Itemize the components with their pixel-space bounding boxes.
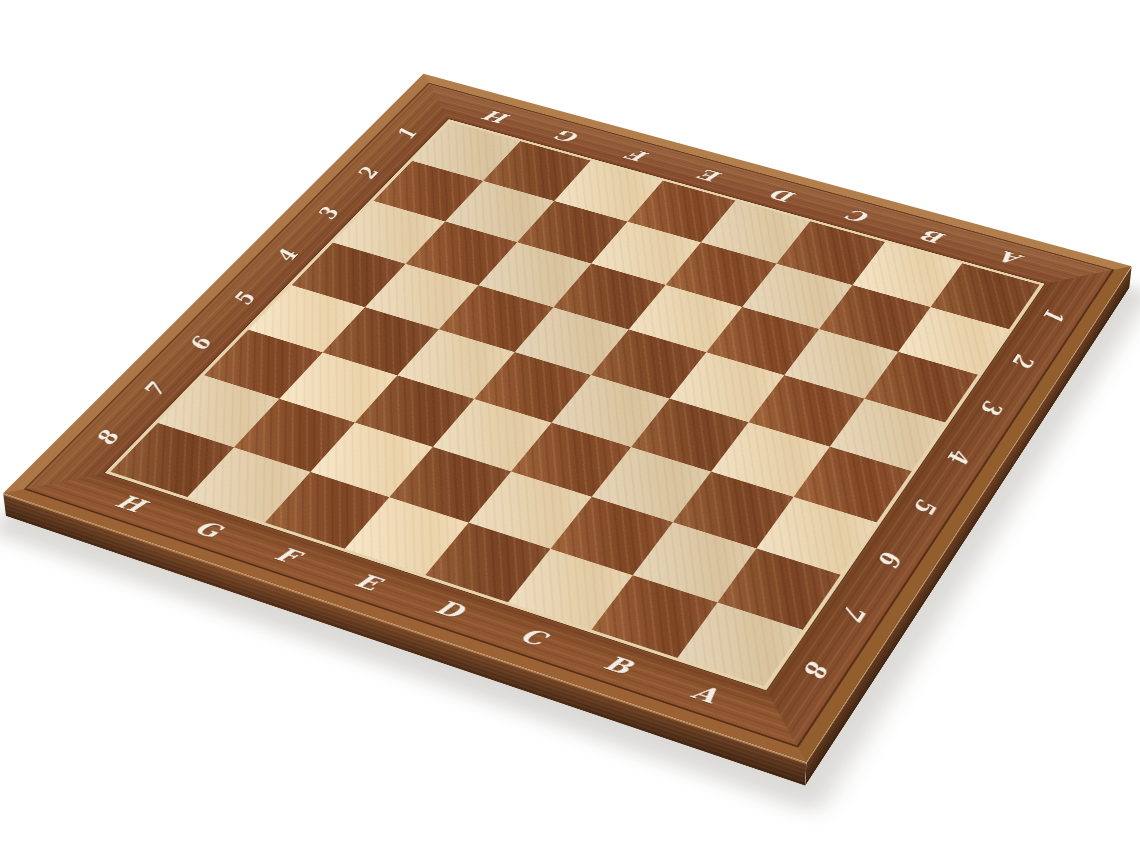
square-g8 <box>187 447 311 523</box>
square-d5 <box>552 375 669 447</box>
rank-label-left-7: 7 <box>137 381 170 399</box>
file-label-near-a: A <box>688 681 722 706</box>
square-g7 <box>234 399 355 472</box>
square-b6 <box>673 471 793 548</box>
rank-label-right-7: 7 <box>836 602 871 623</box>
square-e6 <box>432 399 551 472</box>
board-top-face: HGFEDCBAHGFEDCBA1234567812345678 <box>3 74 1132 763</box>
square-c5 <box>631 398 749 471</box>
square-a4 <box>829 398 945 471</box>
square-a6 <box>756 496 877 574</box>
square-f7 <box>311 423 433 497</box>
square-d7 <box>469 471 591 548</box>
rank-label-right-8: 8 <box>798 658 834 679</box>
square-a5 <box>793 447 911 523</box>
chess-board: HGFEDCBAHGFEDCBA1234567812345678 <box>3 74 1132 763</box>
square-c8 <box>508 548 633 629</box>
square-h7 <box>158 375 279 447</box>
file-label-near-h: H <box>112 491 150 514</box>
square-b4 <box>749 375 865 447</box>
rank-label-left-8: 8 <box>90 429 124 447</box>
file-label-near-f: F <box>271 544 303 566</box>
rank-label-right-3: 3 <box>976 398 1009 416</box>
square-c6 <box>591 447 711 523</box>
square-c7 <box>550 497 673 575</box>
square-f6 <box>355 375 474 447</box>
file-label-near-e: E <box>351 570 385 593</box>
file-label-near-b: B <box>601 652 637 677</box>
rank-label-right-5: 5 <box>908 496 942 515</box>
rank-label-right-6: 6 <box>873 548 907 568</box>
square-h8 <box>110 423 233 497</box>
square-a7 <box>717 548 840 629</box>
frame-near-edge <box>24 457 824 748</box>
square-f8 <box>265 472 389 549</box>
rank-label-right-4: 4 <box>943 446 976 464</box>
file-label-near-c: C <box>516 624 551 648</box>
square-b7 <box>633 522 756 602</box>
square-a8 <box>677 602 803 686</box>
file-label-near-d: D <box>432 597 468 622</box>
product-photo-scene: HGFEDCBAHGFEDCBA1234567812345678 <box>0 0 1140 855</box>
square-d6 <box>511 422 631 496</box>
file-label-near-g: G <box>190 517 226 540</box>
square-b5 <box>711 422 829 496</box>
square-e8 <box>344 497 469 575</box>
square-e7 <box>389 447 511 523</box>
square-b8 <box>591 575 717 658</box>
square-d8 <box>425 522 550 602</box>
